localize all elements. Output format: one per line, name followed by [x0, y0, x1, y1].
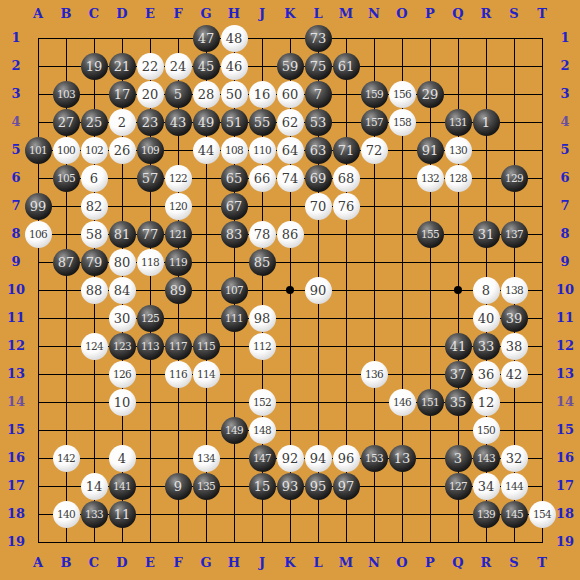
stone-D8[interactable]: 81	[109, 221, 136, 248]
col-label-J: J	[248, 4, 276, 24]
stone-R12[interactable]: 33	[473, 333, 500, 360]
stone-Q17[interactable]: 127	[445, 473, 472, 500]
stone-A8[interactable]: 106	[25, 221, 52, 248]
stone-L16[interactable]: 94	[305, 445, 332, 472]
stone-Q14[interactable]: 35	[445, 389, 472, 416]
stone-P3[interactable]: 29	[417, 81, 444, 108]
star-point-Q10	[454, 286, 462, 294]
stone-S6[interactable]: 129	[501, 165, 528, 192]
stone-E6[interactable]: 57	[137, 165, 164, 192]
col-label-A: A	[24, 4, 52, 24]
col-label-F: F	[164, 4, 192, 24]
stone-D11[interactable]: 30	[109, 305, 136, 332]
stone-D14[interactable]: 10	[109, 389, 136, 416]
stone-R13[interactable]: 36	[473, 361, 500, 388]
col-label-O: O	[388, 4, 416, 24]
stone-M5[interactable]: 71	[333, 137, 360, 164]
stone-E5[interactable]: 109	[137, 137, 164, 164]
stone-R4[interactable]: 1	[473, 109, 500, 136]
column-labels-bottom: ABCDEFGHJKLMNOPQRST	[24, 553, 556, 573]
col-label-R: R	[472, 553, 500, 573]
stone-G4[interactable]: 49	[193, 109, 220, 136]
stone-Q5[interactable]: 130	[445, 137, 472, 164]
stone-C18[interactable]: 133	[81, 501, 108, 528]
stone-C2[interactable]: 19	[81, 53, 108, 80]
stone-F4[interactable]: 43	[165, 109, 192, 136]
stone-J14[interactable]: 152	[249, 389, 276, 416]
stone-E3[interactable]: 20	[137, 81, 164, 108]
col-label-J: J	[248, 553, 276, 573]
col-label-S: S	[500, 4, 528, 24]
stone-B16[interactable]: 142	[53, 445, 80, 472]
stone-J15[interactable]: 148	[249, 417, 276, 444]
stone-S8[interactable]: 137	[501, 221, 528, 248]
stone-S16[interactable]: 32	[501, 445, 528, 472]
stone-N5[interactable]: 72	[361, 137, 388, 164]
col-label-C: C	[80, 553, 108, 573]
col-label-T: T	[528, 4, 556, 24]
stone-R18[interactable]: 139	[473, 501, 500, 528]
stone-Q16[interactable]: 3	[445, 445, 472, 472]
stone-B4[interactable]: 27	[53, 109, 80, 136]
stone-H5[interactable]: 108	[221, 137, 248, 164]
stone-H6[interactable]: 65	[221, 165, 248, 192]
stone-H8[interactable]: 83	[221, 221, 248, 248]
col-label-F: F	[164, 553, 192, 573]
col-label-H: H	[220, 553, 248, 573]
stone-B5[interactable]: 100	[53, 137, 80, 164]
stone-K17[interactable]: 93	[277, 473, 304, 500]
stone-K8[interactable]: 86	[277, 221, 304, 248]
stone-L3[interactable]: 7	[305, 81, 332, 108]
col-label-T: T	[528, 553, 556, 573]
stone-L1[interactable]: 73	[305, 25, 332, 52]
stone-R14[interactable]: 12	[473, 389, 500, 416]
col-label-K: K	[276, 4, 304, 24]
stone-D13[interactable]: 126	[109, 361, 136, 388]
stone-F6[interactable]: 122	[165, 165, 192, 192]
stone-R16[interactable]: 143	[473, 445, 500, 472]
col-label-H: H	[220, 4, 248, 24]
stone-R17[interactable]: 34	[473, 473, 500, 500]
stone-D12[interactable]: 123	[109, 333, 136, 360]
stone-H2[interactable]: 46	[221, 53, 248, 80]
col-label-A: A	[24, 553, 52, 573]
stone-N16[interactable]: 153	[361, 445, 388, 472]
stone-S12[interactable]: 38	[501, 333, 528, 360]
stone-J11[interactable]: 98	[249, 305, 276, 332]
stone-Q13[interactable]: 37	[445, 361, 472, 388]
stone-J9[interactable]: 85	[249, 249, 276, 276]
stone-M7[interactable]: 76	[333, 193, 360, 220]
stone-O3[interactable]: 156	[389, 81, 416, 108]
stone-R10[interactable]: 8	[473, 277, 500, 304]
star-point-K10	[286, 286, 294, 294]
col-label-L: L	[304, 4, 332, 24]
stone-L4[interactable]: 53	[305, 109, 332, 136]
col-label-M: M	[332, 4, 360, 24]
stone-M16[interactable]: 96	[333, 445, 360, 472]
stone-F17[interactable]: 9	[165, 473, 192, 500]
stone-J3[interactable]: 16	[249, 81, 276, 108]
col-label-E: E	[136, 4, 164, 24]
stone-J12[interactable]: 112	[249, 333, 276, 360]
stone-G2[interactable]: 45	[193, 53, 220, 80]
stone-L10[interactable]: 90	[305, 277, 332, 304]
stone-D17[interactable]: 141	[109, 473, 136, 500]
stone-P8[interactable]: 155	[417, 221, 444, 248]
stone-O14[interactable]: 146	[389, 389, 416, 416]
stone-G12[interactable]: 115	[193, 333, 220, 360]
stone-H15[interactable]: 149	[221, 417, 248, 444]
stone-L17[interactable]: 95	[305, 473, 332, 500]
col-label-P: P	[416, 553, 444, 573]
stone-J4[interactable]: 55	[249, 109, 276, 136]
stone-C6[interactable]: 6	[81, 165, 108, 192]
stone-F12[interactable]: 117	[165, 333, 192, 360]
col-label-E: E	[136, 553, 164, 573]
stone-H3[interactable]: 50	[221, 81, 248, 108]
stone-D4[interactable]: 2	[109, 109, 136, 136]
stone-L7[interactable]: 70	[305, 193, 332, 220]
stone-S18[interactable]: 145	[501, 501, 528, 528]
stone-D2[interactable]: 21	[109, 53, 136, 80]
stone-Q4[interactable]: 131	[445, 109, 472, 136]
stone-B3[interactable]: 103	[53, 81, 80, 108]
col-label-N: N	[360, 553, 388, 573]
col-label-O: O	[388, 553, 416, 573]
stone-D18[interactable]: 11	[109, 501, 136, 528]
stone-H11[interactable]: 111	[221, 305, 248, 332]
stone-F7[interactable]: 120	[165, 193, 192, 220]
col-label-N: N	[360, 4, 388, 24]
stone-J16[interactable]: 147	[249, 445, 276, 472]
stone-C17[interactable]: 14	[81, 473, 108, 500]
stone-D9[interactable]: 80	[109, 249, 136, 276]
stone-F13[interactable]: 116	[165, 361, 192, 388]
stone-Q12[interactable]: 41	[445, 333, 472, 360]
stone-F2[interactable]: 24	[165, 53, 192, 80]
stone-G1[interactable]: 47	[193, 25, 220, 52]
stone-J5[interactable]: 110	[249, 137, 276, 164]
stone-E4[interactable]: 23	[137, 109, 164, 136]
stone-E9[interactable]: 118	[137, 249, 164, 276]
stone-H10[interactable]: 107	[221, 277, 248, 304]
col-label-P: P	[416, 4, 444, 24]
col-label-M: M	[332, 553, 360, 573]
col-label-D: D	[108, 4, 136, 24]
stone-D10[interactable]: 84	[109, 277, 136, 304]
stone-B6[interactable]: 105	[53, 165, 80, 192]
stone-R11[interactable]: 40	[473, 305, 500, 332]
stone-P14[interactable]: 151	[417, 389, 444, 416]
stone-M2[interactable]: 61	[333, 53, 360, 80]
stone-F10[interactable]: 89	[165, 277, 192, 304]
stone-H1[interactable]: 48	[221, 25, 248, 52]
stone-K5[interactable]: 64	[277, 137, 304, 164]
col-label-G: G	[192, 4, 220, 24]
col-label-S: S	[500, 553, 528, 573]
stone-J8[interactable]: 78	[249, 221, 276, 248]
col-label-G: G	[192, 553, 220, 573]
stone-C8[interactable]: 58	[81, 221, 108, 248]
stone-L6[interactable]: 69	[305, 165, 332, 192]
stone-L2[interactable]: 75	[305, 53, 332, 80]
stone-G3[interactable]: 28	[193, 81, 220, 108]
col-label-B: B	[52, 553, 80, 573]
stone-C4[interactable]: 25	[81, 109, 108, 136]
stone-A7[interactable]: 99	[25, 193, 52, 220]
stone-S10[interactable]: 138	[501, 277, 528, 304]
stone-C9[interactable]: 79	[81, 249, 108, 276]
stone-N13[interactable]: 136	[361, 361, 388, 388]
col-label-C: C	[80, 4, 108, 24]
stone-M17[interactable]: 97	[333, 473, 360, 500]
col-label-D: D	[108, 553, 136, 573]
stone-K16[interactable]: 92	[277, 445, 304, 472]
stone-P5[interactable]: 91	[417, 137, 444, 164]
stone-S17[interactable]: 144	[501, 473, 528, 500]
stone-B18[interactable]: 140	[53, 501, 80, 528]
col-label-R: R	[472, 4, 500, 24]
stone-C5[interactable]: 102	[81, 137, 108, 164]
col-label-L: L	[304, 553, 332, 573]
stone-C12[interactable]: 124	[81, 333, 108, 360]
stone-B9[interactable]: 87	[53, 249, 80, 276]
stone-H4[interactable]: 51	[221, 109, 248, 136]
go-board[interactable]: 4748731921222445465975611031720528501660…	[24, 24, 556, 556]
stone-H7[interactable]: 67	[221, 193, 248, 220]
col-label-Q: Q	[444, 4, 472, 24]
stone-N3[interactable]: 159	[361, 81, 388, 108]
stone-C10[interactable]: 88	[81, 277, 108, 304]
stone-G13[interactable]: 114	[193, 361, 220, 388]
stone-G16[interactable]: 134	[193, 445, 220, 472]
stone-E11[interactable]: 125	[137, 305, 164, 332]
stone-S11[interactable]: 39	[501, 305, 528, 332]
stone-E12[interactable]: 113	[137, 333, 164, 360]
stone-R8[interactable]: 31	[473, 221, 500, 248]
stone-A5[interactable]: 101	[25, 137, 52, 164]
stone-C7[interactable]: 82	[81, 193, 108, 220]
stone-O4[interactable]: 158	[389, 109, 416, 136]
stone-M6[interactable]: 68	[333, 165, 360, 192]
stone-D16[interactable]: 4	[109, 445, 136, 472]
stone-J17[interactable]: 15	[249, 473, 276, 500]
stone-K3[interactable]: 60	[277, 81, 304, 108]
stone-D5[interactable]: 26	[109, 137, 136, 164]
stone-O16[interactable]: 13	[389, 445, 416, 472]
stone-D3[interactable]: 17	[109, 81, 136, 108]
stone-K4[interactable]: 62	[277, 109, 304, 136]
column-labels-top: ABCDEFGHJKLMNOPQRST	[24, 4, 556, 24]
stone-P6[interactable]: 132	[417, 165, 444, 192]
stone-T18[interactable]: 154	[529, 501, 556, 528]
stone-F8[interactable]: 121	[165, 221, 192, 248]
stone-R15[interactable]: 150	[473, 417, 500, 444]
stone-J6[interactable]: 66	[249, 165, 276, 192]
stone-L5[interactable]: 63	[305, 137, 332, 164]
col-label-Q: Q	[444, 553, 472, 573]
stone-G5[interactable]: 44	[193, 137, 220, 164]
stone-F9[interactable]: 119	[165, 249, 192, 276]
stone-S13[interactable]: 42	[501, 361, 528, 388]
stone-K2[interactable]: 59	[277, 53, 304, 80]
col-label-K: K	[276, 553, 304, 573]
stone-E8[interactable]: 77	[137, 221, 164, 248]
stone-E2[interactable]: 22	[137, 53, 164, 80]
stone-F3[interactable]: 5	[165, 81, 192, 108]
stone-Q6[interactable]: 128	[445, 165, 472, 192]
stone-N4[interactable]: 157	[361, 109, 388, 136]
go-kifu-diagram: ABCDEFGHJKLMNOPQRST ABCDEFGHJKLMNOPQRST …	[0, 0, 580, 580]
stone-G17[interactable]: 135	[193, 473, 220, 500]
stone-K6[interactable]: 74	[277, 165, 304, 192]
col-label-B: B	[52, 4, 80, 24]
